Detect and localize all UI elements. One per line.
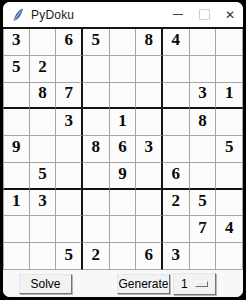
solve-button[interactable]: Solve bbox=[19, 274, 72, 294]
sudoku-cell[interactable]: 3 bbox=[163, 243, 190, 270]
sudoku-cell[interactable] bbox=[163, 56, 190, 83]
sudoku-cell[interactable]: 5 bbox=[190, 190, 217, 217]
sudoku-cell[interactable]: 4 bbox=[216, 216, 243, 243]
generate-button[interactable]: Generate bbox=[117, 274, 170, 294]
sudoku-cell[interactable] bbox=[83, 83, 110, 110]
sudoku-cell[interactable]: 2 bbox=[163, 190, 190, 217]
sudoku-cell[interactable]: 8 bbox=[83, 136, 110, 163]
toolbar: Solve Generate 1 bbox=[3, 270, 243, 297]
sudoku-cell[interactable] bbox=[56, 163, 83, 190]
sudoku-cell[interactable]: 5 bbox=[216, 136, 243, 163]
sudoku-cell[interactable]: 9 bbox=[110, 163, 137, 190]
sudoku-cell[interactable] bbox=[30, 136, 57, 163]
sudoku-cell[interactable]: 1 bbox=[110, 109, 137, 136]
sudoku-cell[interactable]: 6 bbox=[136, 243, 163, 270]
sudoku-cell[interactable]: 9 bbox=[3, 136, 30, 163]
sudoku-cell[interactable] bbox=[56, 56, 83, 83]
sudoku-cell[interactable]: 5 bbox=[30, 163, 57, 190]
sudoku-cell[interactable] bbox=[190, 56, 217, 83]
sudoku-cell[interactable] bbox=[136, 56, 163, 83]
sudoku-cell[interactable] bbox=[216, 243, 243, 270]
sudoku-cell[interactable] bbox=[190, 136, 217, 163]
sudoku-cell[interactable] bbox=[163, 83, 190, 110]
sudoku-cell[interactable] bbox=[110, 190, 137, 217]
sudoku-cell[interactable] bbox=[83, 216, 110, 243]
sudoku-cell[interactable]: 3 bbox=[190, 83, 217, 110]
sudoku-cell[interactable] bbox=[136, 163, 163, 190]
sudoku-cell[interactable] bbox=[56, 216, 83, 243]
sudoku-cell[interactable] bbox=[110, 216, 137, 243]
sudoku-cell[interactable]: 2 bbox=[30, 56, 57, 83]
sudoku-cell[interactable]: 6 bbox=[110, 136, 137, 163]
sudoku-cell[interactable]: 8 bbox=[30, 83, 57, 110]
sudoku-cell[interactable] bbox=[3, 243, 30, 270]
sudoku-cell[interactable]: 5 bbox=[3, 56, 30, 83]
sudoku-cell[interactable] bbox=[30, 243, 57, 270]
sudoku-cell[interactable]: 5 bbox=[56, 243, 83, 270]
sudoku-cell[interactable]: 6 bbox=[163, 163, 190, 190]
sudoku-cell[interactable]: 7 bbox=[56, 83, 83, 110]
level-value: 1 bbox=[181, 277, 188, 291]
sudoku-cell[interactable] bbox=[110, 243, 137, 270]
sudoku-board: 36584528731318986355961325745263 bbox=[3, 27, 243, 270]
app-window: PyDoku ✕ 3658452873131898635596132574526… bbox=[0, 0, 246, 300]
close-icon: ✕ bbox=[225, 9, 235, 21]
sudoku-cell[interactable] bbox=[83, 109, 110, 136]
minimize-icon bbox=[173, 14, 183, 15]
sudoku-cell[interactable] bbox=[30, 216, 57, 243]
level-dropdown[interactable]: 1 bbox=[173, 273, 216, 295]
sudoku-cell[interactable] bbox=[3, 216, 30, 243]
sudoku-cell[interactable] bbox=[163, 136, 190, 163]
sudoku-cell[interactable]: 3 bbox=[30, 190, 57, 217]
maximize-button[interactable] bbox=[191, 2, 217, 27]
sudoku-cell[interactable] bbox=[136, 190, 163, 217]
sudoku-cell[interactable] bbox=[216, 56, 243, 83]
sudoku-cell[interactable] bbox=[216, 190, 243, 217]
minimize-button[interactable] bbox=[165, 2, 191, 27]
sudoku-cell[interactable] bbox=[3, 109, 30, 136]
sudoku-cell[interactable] bbox=[216, 29, 243, 56]
sudoku-cell[interactable]: 3 bbox=[56, 109, 83, 136]
sudoku-cell[interactable]: 5 bbox=[83, 29, 110, 56]
sudoku-cell[interactable]: 8 bbox=[190, 109, 217, 136]
sudoku-cell[interactable]: 3 bbox=[136, 136, 163, 163]
window-body: PyDoku ✕ 3658452873131898635596132574526… bbox=[3, 2, 243, 297]
tk-feather-icon bbox=[11, 8, 25, 22]
sudoku-cell[interactable] bbox=[163, 109, 190, 136]
sudoku-cell[interactable] bbox=[56, 190, 83, 217]
sudoku-cell[interactable]: 4 bbox=[163, 29, 190, 56]
titlebar: PyDoku ✕ bbox=[3, 2, 243, 27]
sudoku-cell[interactable]: 1 bbox=[216, 83, 243, 110]
sudoku-cell[interactable] bbox=[216, 109, 243, 136]
window-title: PyDoku bbox=[31, 8, 74, 22]
sudoku-cell[interactable] bbox=[30, 109, 57, 136]
sudoku-cell[interactable] bbox=[190, 163, 217, 190]
sudoku-cell[interactable] bbox=[110, 56, 137, 83]
sudoku-cell[interactable] bbox=[216, 163, 243, 190]
sudoku-cell[interactable] bbox=[110, 29, 137, 56]
sudoku-cell[interactable] bbox=[136, 216, 163, 243]
sudoku-cell[interactable]: 1 bbox=[3, 190, 30, 217]
sudoku-cell[interactable]: 8 bbox=[136, 29, 163, 56]
sudoku-cell[interactable]: 7 bbox=[190, 216, 217, 243]
dropdown-indicator-icon bbox=[195, 281, 208, 287]
sudoku-cell[interactable]: 6 bbox=[56, 29, 83, 56]
sudoku-cell[interactable] bbox=[136, 83, 163, 110]
sudoku-cell[interactable] bbox=[3, 163, 30, 190]
sudoku-cell[interactable]: 2 bbox=[83, 243, 110, 270]
close-button[interactable]: ✕ bbox=[217, 2, 243, 27]
sudoku-cell[interactable] bbox=[83, 163, 110, 190]
sudoku-cell[interactable] bbox=[56, 136, 83, 163]
sudoku-cell[interactable] bbox=[30, 29, 57, 56]
sudoku-cell[interactable] bbox=[3, 83, 30, 110]
sudoku-cell[interactable] bbox=[163, 216, 190, 243]
maximize-icon bbox=[199, 9, 210, 20]
sudoku-cell[interactable] bbox=[83, 190, 110, 217]
sudoku-cell[interactable] bbox=[190, 243, 217, 270]
sudoku-cell[interactable] bbox=[83, 56, 110, 83]
sudoku-cell[interactable] bbox=[110, 83, 137, 110]
sudoku-cell[interactable]: 3 bbox=[3, 29, 30, 56]
sudoku-cell[interactable] bbox=[190, 29, 217, 56]
sudoku-cell[interactable] bbox=[136, 109, 163, 136]
